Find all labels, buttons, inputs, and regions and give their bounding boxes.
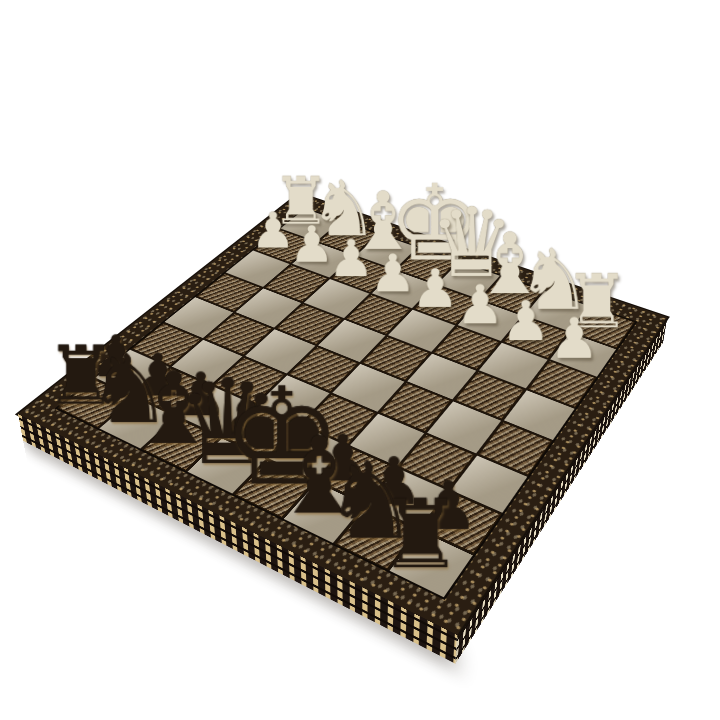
black-rook[interactable]: ♜ [378,488,457,582]
square-a8[interactable]: ♜ [389,530,473,597]
board-frame: ♜♞♝♚♛♝♞♜♟♟♟♟♟♟♟♟♟♟♟♟♟♟♟♟♜♞♝♛♚♝♞♜ [18,193,667,635]
chess-board: ♜♞♝♚♛♝♞♜♟♟♟♟♟♟♟♟♟♟♟♟♟♟♟♟♜♞♝♛♚♝♞♜ [18,193,667,635]
square-a2[interactable]: ♟ [550,333,616,377]
board-grid: ♜♞♝♚♛♝♞♜♟♟♟♟♟♟♟♟♟♟♟♟♟♟♟♟♜♞♝♛♚♝♞♜ [58,209,635,597]
product-photo-scene: ♜♞♝♚♛♝♞♜♟♟♟♟♟♟♟♟♟♟♟♟♟♟♟♟♜♞♝♛♚♝♞♜ [0,0,720,720]
white-pawn[interactable]: ♟ [542,311,606,367]
